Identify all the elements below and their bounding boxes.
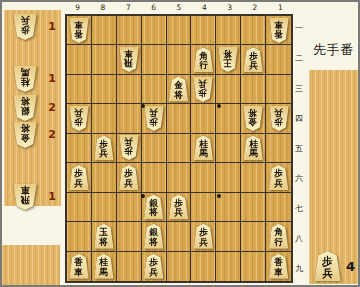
board-cell-5三[interactable]: 金将	[167, 75, 192, 104]
board-cell-4四[interactable]	[191, 104, 216, 133]
gote-piece-銀将[interactable]: 銀将	[13, 95, 37, 121]
board-cell-4一[interactable]	[191, 16, 216, 45]
shogi-piece-wrap: 飛車	[119, 47, 139, 72]
piece-kanji: 飛	[20, 196, 29, 206]
board-cell-7九[interactable]	[117, 252, 142, 281]
file-label-1: 1	[268, 3, 293, 13]
shogi-piece-wrap: 角行	[269, 224, 289, 249]
shogi-piece-wrap: 金将	[13, 122, 37, 148]
board-cell-3六[interactable]	[216, 163, 241, 192]
shogi-piece-wrap: 歩兵	[269, 106, 289, 131]
board-cell-2四[interactable]: 金将	[241, 104, 266, 133]
board-cell-6四[interactable]: 歩兵	[142, 104, 167, 133]
piece-kanji: 歩	[199, 88, 208, 98]
board-cell-7四[interactable]	[117, 104, 142, 133]
sente-piece-桂馬[interactable]: 桂馬	[243, 135, 263, 160]
board-cell-5八[interactable]	[167, 222, 192, 251]
gote-hand-slot-金将: 金将2	[4, 122, 61, 150]
board-cell-6二[interactable]	[142, 45, 167, 74]
piece-kanji: 将	[174, 91, 183, 101]
turn-indicator: 先手番	[313, 41, 354, 59]
shogi-diagram: 987654321 香車香車飛車角行王将歩兵金将歩兵歩兵歩兵金将歩兵歩兵歩兵桂馬…	[0, 0, 360, 287]
piece-kanji: 将	[249, 108, 258, 118]
sente-piece-歩兵[interactable]: 歩兵	[168, 194, 188, 219]
piece-kanji: 将	[149, 208, 158, 218]
board-cell-8二[interactable]	[92, 45, 117, 74]
file-label-2: 2	[242, 3, 267, 13]
board-cell-7六[interactable]: 歩兵	[117, 163, 142, 192]
piece-kanji: 兵	[100, 149, 109, 159]
gote-piece-香車[interactable]: 香車	[269, 18, 289, 43]
rank-labels: 一二三四五六七八九	[294, 14, 305, 283]
board-cell-3八[interactable]	[216, 222, 241, 251]
piece-kanji: 香	[274, 29, 283, 39]
board-cell-1七[interactable]	[266, 193, 291, 222]
shogi-piece-wrap: 銀将	[144, 194, 164, 219]
piece-kanji: 兵	[75, 179, 84, 189]
sente-piece-角行[interactable]: 角行	[269, 224, 289, 249]
board-cell-2二[interactable]: 歩兵	[241, 45, 266, 74]
shogi-piece-wrap: 桂馬	[193, 135, 213, 160]
sente-piece-歩兵[interactable]: 歩兵	[243, 47, 263, 72]
sente-hand-slot-歩兵: 歩兵4	[309, 250, 358, 282]
piece-kanji: 車	[274, 268, 283, 278]
file-label-4: 4	[192, 3, 217, 13]
piece-kanji: 兵	[199, 78, 208, 88]
piece-kanji: 車	[20, 186, 29, 196]
shogi-piece-wrap: 桂馬	[94, 254, 114, 279]
shogi-piece-wrap: 香車	[69, 18, 89, 43]
sente-piece-角行[interactable]: 角行	[193, 47, 213, 72]
shogi-piece-wrap: 歩兵	[314, 251, 341, 281]
sente-piece-歩兵[interactable]: 歩兵	[314, 251, 341, 281]
board-cell-3五[interactable]	[216, 134, 241, 163]
hoshi-star-point	[217, 104, 221, 108]
board-cell-6七[interactable]: 銀将	[142, 193, 167, 222]
piece-kanji: 香	[75, 29, 84, 39]
board-cell-8八[interactable]: 玉将	[92, 222, 117, 251]
piece-kanji: 兵	[199, 238, 208, 248]
board-cell-7八[interactable]	[117, 222, 142, 251]
board-cell-3四[interactable]	[216, 104, 241, 133]
piece-kanji: 将	[100, 238, 109, 248]
piece-kanji: 将	[224, 49, 233, 59]
piece-kanji: 兵	[149, 108, 158, 118]
board-cell-9六[interactable]: 歩兵	[67, 163, 92, 192]
sente-piece-歩兵[interactable]: 歩兵	[193, 224, 213, 249]
sente-piece-歩兵[interactable]: 歩兵	[69, 165, 89, 190]
gote-piece-飛車[interactable]: 飛車	[13, 184, 37, 210]
board-cell-3三[interactable]	[216, 75, 241, 104]
board-cell-7三[interactable]	[117, 75, 142, 104]
board-cell-7五[interactable]: 歩兵	[117, 134, 142, 163]
board-cell-5九[interactable]	[167, 252, 192, 281]
board-cell-5五[interactable]	[167, 134, 192, 163]
shogi-piece-wrap: 香車	[269, 254, 289, 279]
board-cell-8一[interactable]	[92, 16, 117, 45]
board-cell-2七[interactable]	[241, 193, 266, 222]
board-cell-2八[interactable]	[241, 222, 266, 251]
sente-piece-香車[interactable]: 香車	[269, 254, 289, 279]
sente-piece-銀将[interactable]: 銀将	[144, 194, 164, 219]
board-cell-2一[interactable]	[241, 16, 266, 45]
board-cell-1六[interactable]: 歩兵	[266, 163, 291, 192]
gote-hand-count-桂馬: 1	[46, 72, 58, 85]
rank-label-七: 七	[294, 193, 305, 223]
shogi-piece-wrap: 歩兵	[243, 47, 263, 72]
gote-piece-香車[interactable]: 香車	[69, 18, 89, 43]
board-cell-9三[interactable]	[67, 75, 92, 104]
gote-piece-歩兵[interactable]: 歩兵	[269, 106, 289, 131]
piece-kanji: 行	[274, 238, 283, 248]
piece-kanji: 王	[224, 58, 233, 68]
piece-kanji: 金	[249, 117, 258, 127]
rank-label-五: 五	[294, 134, 305, 164]
board-cell-4五[interactable]: 桂馬	[191, 134, 216, 163]
sente-piece-銀将[interactable]: 銀将	[144, 224, 164, 249]
piece-kanji: 兵	[274, 108, 283, 118]
piece-kanji: 馬	[199, 149, 208, 159]
piece-kanji: 飛	[124, 58, 133, 68]
shogi-piece-wrap: 歩兵	[94, 135, 114, 160]
piece-kanji: 馬	[249, 149, 258, 159]
shogi-piece-wrap: 歩兵	[69, 165, 89, 190]
piece-kanji: 将	[20, 97, 29, 107]
board-cell-7七[interactable]	[117, 193, 142, 222]
gote-hand-slot-銀将: 銀将2	[4, 95, 61, 123]
board-cell-6五[interactable]	[142, 134, 167, 163]
board-cell-9九[interactable]: 香車	[67, 252, 92, 281]
sente-piece-歩兵[interactable]: 歩兵	[119, 165, 139, 190]
shogi-piece-wrap: 香車	[269, 18, 289, 43]
rank-label-四: 四	[294, 104, 305, 134]
gote-piece-歩兵[interactable]: 歩兵	[69, 106, 89, 131]
board-cell-8六[interactable]	[92, 163, 117, 192]
board-cell-2五[interactable]: 桂馬	[241, 134, 266, 163]
board-cell-8九[interactable]: 桂馬	[92, 252, 117, 281]
shogi-piece-wrap: 桂馬	[243, 135, 263, 160]
shogi-piece-wrap: 金将	[243, 106, 263, 131]
board-cell-1八[interactable]: 角行	[266, 222, 291, 251]
file-label-3: 3	[217, 3, 242, 13]
shogi-piece-wrap: 銀将	[13, 95, 37, 121]
board-cell-7二[interactable]: 飛車	[117, 45, 142, 74]
sente-piece-玉将[interactable]: 玉将	[94, 224, 114, 249]
piece-kanji: 兵	[124, 137, 133, 147]
board-cell-3九[interactable]	[216, 252, 241, 281]
shogi-piece-wrap: 角行	[193, 47, 213, 72]
shogi-piece-wrap: 歩兵	[168, 194, 188, 219]
board-cell-5六[interactable]	[167, 163, 192, 192]
piece-kanji: 行	[199, 61, 208, 71]
rank-label-六: 六	[294, 163, 305, 193]
file-label-8: 8	[90, 3, 115, 13]
shogi-piece-wrap: 歩兵	[144, 106, 164, 131]
piece-kanji: 兵	[124, 179, 133, 189]
piece-kanji: 兵	[249, 61, 258, 71]
shogi-piece-wrap: 香車	[69, 254, 89, 279]
board-cell-9一[interactable]: 香車	[67, 16, 92, 45]
gote-piece-金将[interactable]: 金将	[243, 106, 263, 131]
board-cell-6六[interactable]	[142, 163, 167, 192]
shogi-piece-wrap: 歩兵	[69, 106, 89, 131]
sente-piece-歩兵[interactable]: 歩兵	[144, 254, 164, 279]
file-label-6: 6	[141, 3, 166, 13]
shogi-piece-wrap: 金将	[168, 77, 188, 102]
board-cell-9四[interactable]: 歩兵	[67, 104, 92, 133]
board-cell-1五[interactable]	[266, 134, 291, 163]
rank-label-二: 二	[294, 44, 305, 74]
board-cell-9八[interactable]	[67, 222, 92, 251]
board-cell-6八[interactable]: 銀将	[142, 222, 167, 251]
piece-kanji: 車	[75, 268, 84, 278]
board-cell-3二[interactable]: 王将	[216, 45, 241, 74]
gote-hand-slot-歩兵: 歩兵1	[4, 14, 61, 42]
gote-hand-slot-桂馬: 桂馬1	[4, 66, 61, 94]
board-cell-1二[interactable]	[266, 45, 291, 74]
board-cell-5七[interactable]: 歩兵	[167, 193, 192, 222]
gote-piece-飛車[interactable]: 飛車	[119, 47, 139, 72]
piece-kanji: 兵	[149, 268, 158, 278]
shogi-piece-wrap: 歩兵	[269, 165, 289, 190]
shogi-board: 香車香車飛車角行王将歩兵金将歩兵歩兵歩兵金将歩兵歩兵歩兵桂馬桂馬歩兵歩兵歩兵銀将…	[65, 14, 293, 283]
piece-kanji: 兵	[75, 108, 84, 118]
file-label-7: 7	[116, 3, 141, 13]
shogi-piece-wrap: 歩兵	[193, 77, 213, 102]
piece-kanji: 馬	[100, 268, 109, 278]
board-cell-7一[interactable]	[117, 16, 142, 45]
piece-kanji: 歩	[20, 26, 29, 36]
sente-piece-歩兵[interactable]: 歩兵	[269, 165, 289, 190]
board-cell-4二[interactable]: 角行	[191, 45, 216, 74]
piece-kanji: 歩	[75, 117, 84, 127]
board-cell-6九[interactable]: 歩兵	[142, 252, 167, 281]
gote-piece-王将[interactable]: 王将	[218, 47, 238, 72]
shogi-piece-wrap: 玉将	[94, 224, 114, 249]
piece-kanji: 金	[20, 134, 29, 144]
board-cell-9五[interactable]	[67, 134, 92, 163]
gote-piece-歩兵[interactable]: 歩兵	[119, 135, 139, 160]
shogi-piece-wrap: 歩兵	[193, 224, 213, 249]
board-cell-9七[interactable]	[67, 193, 92, 222]
board-cell-8七[interactable]	[92, 193, 117, 222]
board-cell-1一[interactable]: 香車	[266, 16, 291, 45]
shogi-piece-wrap: 歩兵	[119, 165, 139, 190]
piece-kanji: 歩	[124, 146, 133, 156]
hoshi-star-point	[217, 194, 221, 198]
gote-piece-歩兵[interactable]: 歩兵	[193, 77, 213, 102]
board-cell-2九[interactable]	[241, 252, 266, 281]
piece-kanji: 車	[75, 19, 84, 29]
shogi-piece-wrap: 歩兵	[13, 14, 37, 40]
board-cell-8四[interactable]	[92, 104, 117, 133]
hoshi-star-point	[141, 194, 145, 198]
shogi-piece-wrap: 銀将	[144, 224, 164, 249]
file-labels: 987654321	[65, 3, 293, 13]
sente-piece-桂馬[interactable]: 桂馬	[193, 135, 213, 160]
board-cell-4九[interactable]	[191, 252, 216, 281]
sente-piece-香車[interactable]: 香車	[69, 254, 89, 279]
gote-piece-歩兵[interactable]: 歩兵	[144, 106, 164, 131]
gote-piece-金将[interactable]: 金将	[13, 122, 37, 148]
board-cell-9二[interactable]	[67, 45, 92, 74]
piece-kanji: 車	[274, 19, 283, 29]
sente-piece-金将[interactable]: 金将	[168, 77, 188, 102]
piece-kanji: 兵	[174, 208, 183, 218]
file-label-5: 5	[166, 3, 191, 13]
board-cell-4六[interactable]	[191, 163, 216, 192]
rank-label-九: 九	[294, 253, 305, 283]
sente-hand-stand: 歩兵4	[309, 70, 358, 284]
piece-kanji: 歩	[274, 117, 283, 127]
board-cell-4八[interactable]: 歩兵	[191, 222, 216, 251]
piece-kanji: 将	[149, 238, 158, 248]
rank-label-八: 八	[294, 223, 305, 253]
piece-kanji: 桂	[20, 78, 29, 88]
board-cell-5二[interactable]	[167, 45, 192, 74]
rank-label-三: 三	[294, 74, 305, 104]
board-cell-6三[interactable]	[142, 75, 167, 104]
board-cell-6一[interactable]	[142, 16, 167, 45]
piece-kanji: 馬	[20, 68, 29, 78]
board-cell-4三[interactable]: 歩兵	[191, 75, 216, 104]
gote-stand-lower-block	[2, 245, 60, 287]
piece-kanji: 兵	[20, 16, 29, 26]
hoshi-star-point	[141, 104, 145, 108]
rank-label-一: 一	[294, 14, 305, 44]
shogi-piece-wrap: 歩兵	[119, 135, 139, 160]
gote-piece-桂馬[interactable]: 桂馬	[13, 66, 37, 92]
board-cell-4七[interactable]	[191, 193, 216, 222]
gote-hand-count-銀将: 2	[46, 101, 58, 114]
file-label-9: 9	[65, 3, 90, 13]
piece-kanji: 将	[20, 124, 29, 134]
board-cell-8三[interactable]	[92, 75, 117, 104]
shogi-piece-wrap: 歩兵	[144, 254, 164, 279]
board-cell-1四[interactable]: 歩兵	[266, 104, 291, 133]
sente-piece-歩兵[interactable]: 歩兵	[94, 135, 114, 160]
piece-kanji: 兵	[322, 268, 332, 280]
gote-hand-count-飛車: 1	[46, 190, 58, 203]
sente-piece-桂馬[interactable]: 桂馬	[94, 254, 114, 279]
gote-hand-slot-飛車: 飛車1	[4, 184, 61, 212]
gote-piece-歩兵[interactable]: 歩兵	[13, 14, 37, 40]
board-cell-1三[interactable]	[266, 75, 291, 104]
sente-hand-count-歩兵: 4	[344, 259, 357, 274]
board-cell-1九[interactable]: 香車	[266, 252, 291, 281]
board-cell-2三[interactable]	[241, 75, 266, 104]
board-cell-8五[interactable]: 歩兵	[92, 134, 117, 163]
piece-kanji: 歩	[149, 117, 158, 127]
piece-kanji: 銀	[20, 107, 29, 117]
shogi-piece-wrap: 桂馬	[13, 66, 37, 92]
piece-kanji: 車	[124, 49, 133, 59]
shogi-piece-wrap: 飛車	[13, 184, 37, 210]
gote-hand-count-歩兵: 1	[46, 20, 58, 33]
board-cell-2六[interactable]	[241, 163, 266, 192]
shogi-piece-wrap: 王将	[218, 47, 238, 72]
piece-kanji: 兵	[274, 179, 283, 189]
board-cell-5一[interactable]	[167, 16, 192, 45]
board-cell-5四[interactable]	[167, 104, 192, 133]
board-cell-3一[interactable]	[216, 16, 241, 45]
gote-hand-count-金将: 2	[46, 128, 58, 141]
gote-hand-stand: 歩兵1桂馬1銀将2金将2飛車1	[4, 10, 61, 206]
